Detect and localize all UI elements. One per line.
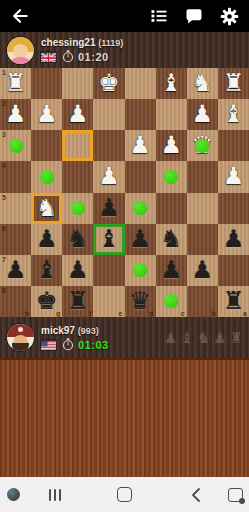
player-name-row: mick97 (993) (41, 325, 109, 337)
rank-label-7: 7 (2, 256, 6, 263)
square-g4[interactable] (31, 161, 62, 192)
square-d8[interactable]: d♛ (125, 286, 156, 317)
player-info: mick97 (993) 01:03 (41, 325, 109, 351)
avatar-shirt (11, 57, 30, 64)
avatar-face (13, 44, 28, 58)
file-label-a: a (243, 310, 247, 317)
opponent-name-row: chessing21 (1119) (41, 37, 123, 49)
move-list-icon[interactable] (148, 5, 170, 27)
square-b7[interactable]: ♟ (187, 255, 218, 286)
square-f6[interactable]: ♞ (62, 224, 93, 255)
square-g5[interactable]: ♞ (31, 193, 62, 224)
square-f3[interactable] (62, 130, 93, 161)
square-h1[interactable]: 1♜ (0, 68, 31, 99)
square-c1[interactable]: ♝ (156, 68, 187, 99)
square-d3[interactable]: ♟ (125, 130, 156, 161)
square-a6[interactable]: ♟ (218, 224, 249, 255)
square-e7[interactable] (93, 255, 124, 286)
assistant-bubble-icon[interactable] (6, 477, 21, 512)
square-f8[interactable]: f♜ (62, 286, 93, 317)
stopwatch-icon (62, 50, 74, 64)
android-nav-bar (0, 477, 249, 512)
opponent-player-bar: chessing21 (1119) 01:20 (0, 32, 249, 68)
square-b8[interactable]: b (187, 286, 218, 317)
rank-label-6: 6 (2, 225, 6, 232)
square-g8[interactable]: g♚ (31, 286, 62, 317)
piece-bP-c7[interactable]: ♟ (156, 255, 187, 286)
opponent-clock: 01:20 (78, 51, 109, 63)
piece-wR-a1[interactable]: ♜ (218, 68, 249, 99)
square-e6[interactable]: ♝ (93, 224, 124, 255)
player-rating: (993) (78, 326, 99, 336)
legal-move-dot-h3[interactable] (9, 139, 23, 153)
legal-move-dot-d7[interactable] (133, 263, 147, 277)
square-g7[interactable]: ♝ (31, 255, 62, 286)
player-sub-row: 01:03 (41, 339, 109, 351)
piece-wB-a2[interactable]: ♝ (218, 99, 249, 130)
piece-bP-a6[interactable]: ♟ (218, 224, 249, 255)
square-c5[interactable] (156, 193, 187, 224)
opponent-name: chessing21 (41, 37, 95, 48)
opponent-rating: (1119) (98, 38, 123, 48)
rank-label-2: 2 (2, 100, 6, 107)
file-label-c: c (181, 310, 185, 317)
square-c6[interactable]: ♞ (156, 224, 187, 255)
file-label-g: g (56, 310, 60, 317)
square-h6[interactable]: 6 (0, 224, 31, 255)
piece-wP-g2[interactable]: ♟ (31, 99, 62, 130)
captured-piece-ghost: ♟ (164, 328, 177, 348)
piece-bB-e6[interactable]: ♝ (93, 224, 124, 255)
legal-move-dot-f5[interactable] (71, 201, 85, 215)
piece-bN-c6[interactable]: ♞ (156, 224, 187, 255)
stopwatch-icon (62, 338, 74, 352)
square-a4[interactable]: ♟ (218, 161, 249, 192)
square-f7[interactable]: ♟ (62, 255, 93, 286)
us-flag-icon (41, 340, 56, 350)
chess-app-screen: chessing21 (1119) 01:20 (0, 0, 249, 512)
recents-icon[interactable] (46, 477, 64, 512)
square-d5[interactable] (125, 193, 156, 224)
rank-label-5: 5 (2, 194, 6, 201)
piece-wP-a4[interactable]: ♟ (218, 161, 249, 192)
piece-bP-e5[interactable]: ♟ (93, 193, 124, 224)
opponent-info: chessing21 (1119) 01:20 (41, 37, 123, 63)
file-label-d: d (149, 310, 153, 317)
square-c2[interactable] (156, 99, 187, 130)
player-bar: mick97 (993) 01:03 ♟♝♞♟♜ (0, 317, 249, 360)
square-h4[interactable]: 4 (0, 161, 31, 192)
piece-bP-d6[interactable]: ♟ (125, 224, 156, 255)
avatar-hat-emblem (18, 327, 23, 332)
captured-piece-ghost: ♝ (180, 328, 193, 348)
wood-background (0, 360, 249, 477)
square-e4[interactable]: ♟ (93, 161, 124, 192)
square-h7[interactable]: 7♟ (0, 255, 31, 286)
player-clock: 01:03 (78, 339, 109, 351)
square-f1[interactable] (62, 68, 93, 99)
square-d6[interactable]: ♟ (125, 224, 156, 255)
square-a7[interactable] (218, 255, 249, 286)
piece-wP-c3[interactable]: ♟ (156, 130, 187, 161)
square-d7[interactable] (125, 255, 156, 286)
piece-wP-d3[interactable]: ♟ (125, 130, 156, 161)
back-arrow-icon[interactable] (9, 5, 31, 27)
square-g6[interactable]: ♟ (31, 224, 62, 255)
captured-piece-ghost: ♜ (230, 328, 243, 348)
legal-move-dot-c8[interactable] (164, 294, 178, 308)
square-b6[interactable] (187, 224, 218, 255)
square-b1[interactable]: ♞ (187, 68, 218, 99)
piece-bP-g6[interactable]: ♟ (31, 224, 62, 255)
piece-wK-e1[interactable]: ♚ (93, 68, 124, 99)
square-e5[interactable]: ♟ (93, 193, 124, 224)
square-c7[interactable]: ♟ (156, 255, 187, 286)
legal-move-dot-c4[interactable] (164, 170, 178, 184)
square-e2[interactable] (93, 99, 124, 130)
file-label-h: h (25, 310, 29, 317)
square-g2[interactable]: ♟ (31, 99, 62, 130)
square-a3[interactable] (218, 130, 249, 161)
square-h5[interactable]: 5 (0, 193, 31, 224)
square-d1[interactable] (125, 68, 156, 99)
piece-wN-g5[interactable]: ♞ (31, 193, 62, 224)
chat-icon[interactable] (183, 5, 205, 27)
piece-wN-b1[interactable]: ♞ (187, 68, 218, 99)
piece-wB-c1[interactable]: ♝ (156, 68, 187, 99)
screenshot-edit-icon[interactable] (226, 477, 244, 512)
nav-back-icon[interactable] (188, 477, 202, 512)
piece-bP-f7[interactable]: ♟ (62, 255, 93, 286)
square-c4[interactable] (156, 161, 187, 192)
square-f2[interactable]: ♟ (62, 99, 93, 130)
legal-move-dot-g4[interactable] (40, 170, 54, 184)
rank-label-8: 8 (2, 287, 6, 294)
square-e1[interactable]: ♚ (93, 68, 124, 99)
square-c3[interactable]: ♟ (156, 130, 187, 161)
settings-gear-icon[interactable] (218, 5, 240, 27)
captured-piece-ghost: ♞ (197, 328, 210, 348)
piece-wP-e4[interactable]: ♟ (93, 161, 124, 192)
square-h2[interactable]: 2♟ (0, 99, 31, 130)
piece-bP-b7[interactable]: ♟ (187, 255, 218, 286)
rank-label-1: 1 (2, 69, 6, 76)
square-c8[interactable]: c (156, 286, 187, 317)
piece-bN-f6[interactable]: ♞ (62, 224, 93, 255)
file-label-b: b (212, 310, 216, 317)
rank-label-3: 3 (2, 131, 6, 138)
square-f5[interactable] (62, 193, 93, 224)
piece-bB-g7[interactable]: ♝ (31, 255, 62, 286)
square-b2[interactable]: ♟ (187, 99, 218, 130)
player-avatar[interactable] (7, 324, 34, 351)
square-a1[interactable]: ♜ (218, 68, 249, 99)
piece-wP-b2[interactable]: ♟ (187, 99, 218, 130)
square-b5[interactable] (187, 193, 218, 224)
square-g3[interactable] (31, 130, 62, 161)
square-a5[interactable] (218, 193, 249, 224)
captured-pieces-tray: ♟♝♞♟♜ (164, 328, 243, 348)
file-label-f: f (89, 310, 91, 317)
player-name: mick97 (41, 325, 75, 336)
chess-board: 1♜♚♝♞♜2♟♟♟♟♝3♟♟♛4♟♟5♞♟6♟♞♝♟♞♟7♟♝♟♟♟8hg♚f… (0, 68, 249, 317)
captured-piece-ghost: ♟ (213, 328, 226, 348)
rank-label-4: 4 (2, 162, 6, 169)
square-d4[interactable] (125, 161, 156, 192)
app-top-bar (0, 0, 249, 32)
legal-move-dot-d5[interactable] (133, 201, 147, 215)
file-label-e: e (119, 310, 123, 317)
square-e8[interactable]: e (93, 286, 124, 317)
uk-flag-icon (41, 52, 56, 62)
home-icon[interactable] (116, 477, 132, 512)
opponent-sub-row: 01:20 (41, 51, 123, 63)
square-a8[interactable]: a♜ (218, 286, 249, 317)
square-h3[interactable]: 3 (0, 130, 31, 161)
square-d2[interactable] (125, 99, 156, 130)
square-b4[interactable] (187, 161, 218, 192)
square-b3[interactable]: ♛ (187, 130, 218, 161)
opponent-avatar[interactable] (7, 37, 34, 64)
square-h8[interactable]: 8h (0, 286, 31, 317)
square-g1[interactable] (31, 68, 62, 99)
square-f4[interactable] (62, 161, 93, 192)
square-a2[interactable]: ♝ (218, 99, 249, 130)
square-e3[interactable] (93, 130, 124, 161)
avatar-beard (12, 343, 29, 351)
piece-wP-f2[interactable]: ♟ (62, 99, 93, 130)
